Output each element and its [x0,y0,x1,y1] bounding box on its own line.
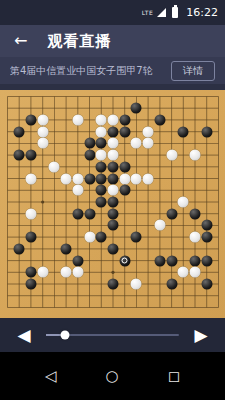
stone-white [25,208,36,219]
event-header: 第4届中信置业中国女子围甲7轮 详情 [0,57,225,84]
stone-white [96,114,107,125]
stone-black [166,279,177,290]
signal-icon [157,8,166,17]
stone-white [96,126,107,137]
stone-white [143,138,154,149]
stone-black [107,279,118,290]
stone-black [96,138,107,149]
details-button[interactable]: 详情 [171,61,215,81]
stone-black [107,161,118,172]
stone-black [25,279,36,290]
prev-move-button[interactable]: ◀ [10,327,38,344]
stone-black [84,150,95,161]
stone-black [119,161,130,172]
stone-black [119,114,130,125]
stone-white [37,267,48,278]
stone-white [143,126,154,137]
stone-white [37,138,48,149]
stone-white [49,161,60,172]
stone-black [154,255,165,266]
stone-white [72,267,83,278]
stone-white [119,173,130,184]
status-bar: LTE 16:22 [0,0,225,25]
stone-black [107,208,118,219]
nav-recents-icon[interactable]: ◻ [168,367,180,385]
stone-black [166,208,177,219]
stone-black [25,232,36,243]
stone-black [107,196,118,207]
stone-black [107,220,118,231]
stone-black [96,196,107,207]
stone-white [107,185,118,196]
stone-black [96,185,107,196]
stone-black [107,243,118,254]
stone-white [25,173,36,184]
stone-black [131,232,142,243]
screen: LTE 16:22 ← 观看直播 第4届中信置业中国女子围甲7轮 详情 ◀ ▶ … [0,0,225,400]
stone-black [96,173,107,184]
stone-black [131,103,142,114]
stone-black [166,255,177,266]
stone-black [96,232,107,243]
stone-white [72,173,83,184]
nav-home-icon[interactable]: ○ [105,367,118,385]
stone-white [154,220,165,231]
stone-white [37,126,48,137]
stone-white [107,150,118,161]
back-arrow-icon[interactable]: ← [14,33,27,49]
stone-white [131,138,142,149]
stone-black [119,185,130,196]
stone-white [178,267,189,278]
stone-white [166,150,177,161]
battery-icon [172,7,178,18]
stone-white [131,173,142,184]
stone-white [190,150,201,161]
stone-black [84,208,95,219]
stone-white [84,232,95,243]
stone-last-move [119,255,130,266]
stone-white [190,232,201,243]
stone-black [201,126,212,137]
stone-black [201,232,212,243]
stone-white [107,138,118,149]
event-title: 第4届中信置业中国女子围甲7轮 [10,64,153,78]
stone-black [96,161,107,172]
stone-black [154,114,165,125]
stone-black [119,126,130,137]
stone-white [61,173,72,184]
clock: 16:22 [186,6,218,19]
stone-black [25,267,36,278]
stone-black [190,208,201,219]
stone-black [107,173,118,184]
stone-black [178,126,189,137]
page-title: 观看直播 [47,32,111,51]
stone-black [14,150,25,161]
stone-white [37,114,48,125]
stone-black [201,220,212,231]
app-bar: ← 观看直播 [0,25,225,57]
stone-black [14,126,25,137]
stone-black [190,255,201,266]
stone-black [201,279,212,290]
stone-black [72,208,83,219]
slider-knob[interactable] [60,331,69,340]
stone-black [61,243,72,254]
stone-black [25,114,36,125]
stone-black [84,138,95,149]
next-move-button[interactable]: ▶ [187,327,215,344]
stone-white [61,267,72,278]
playback-bar: ◀ ▶ [0,318,225,352]
nav-back-icon[interactable]: ◁ [45,367,57,385]
network-type-label: LTE [142,9,153,16]
stone-white [72,114,83,125]
stone-black [14,243,25,254]
stone-white [143,173,154,184]
stone-black [25,150,36,161]
move-slider[interactable] [46,334,179,336]
stone-white [72,185,83,196]
android-nav-bar: ◁ ○ ◻ [0,352,225,400]
stone-black [84,173,95,184]
stone-black [72,255,83,266]
stone-white [107,114,118,125]
stone-white [190,267,201,278]
stone-black [201,255,212,266]
stone-white [96,150,107,161]
stone-white [178,196,189,207]
stone-white [131,279,142,290]
stone-black [107,126,118,137]
go-board [0,90,225,318]
